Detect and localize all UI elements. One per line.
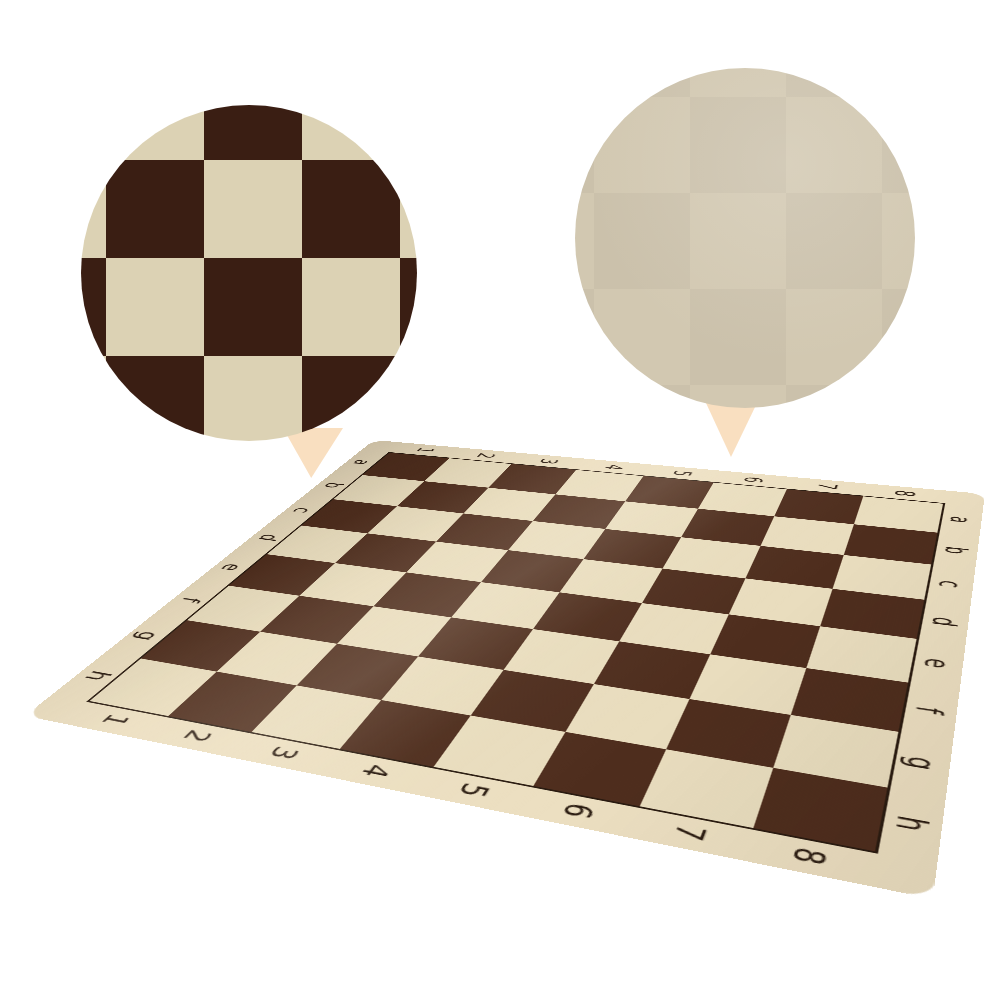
rank-label-bottom-text: 7	[667, 822, 711, 843]
file-label-right-text: f	[911, 705, 948, 716]
file-label-right-text: e	[919, 657, 955, 671]
back-detail-inset-circle	[575, 68, 915, 408]
rank-label-bottom-text: 1	[96, 712, 134, 727]
rank-label-top-text: 1	[413, 447, 438, 453]
rank-label-top-text: 7	[813, 483, 840, 491]
rank-label-bottom-text: 5	[453, 781, 495, 800]
file-label-right: c	[927, 565, 973, 605]
rank-label-top-text: 4	[601, 464, 627, 471]
file-label-right-text: d	[927, 616, 961, 628]
rank-label-bottom-text: 3	[264, 744, 304, 761]
file-label-right: e	[911, 639, 963, 689]
file-label-left-text: e	[217, 563, 247, 572]
file-label-right: a	[940, 504, 982, 537]
rank-label-top-text: 8	[890, 489, 918, 497]
file-label-left-text: g	[130, 630, 164, 642]
file-label-right-text: h	[890, 813, 934, 834]
rank-label-top-text: 3	[536, 458, 562, 465]
file-label-right: b	[933, 533, 977, 569]
back-inset-pointer-triangle	[706, 403, 757, 457]
file-label-right: f	[901, 683, 957, 740]
front-detail-inset-circle	[81, 105, 417, 441]
file-label-left-text: f	[178, 596, 206, 603]
file-label-right-text: g	[901, 754, 942, 772]
rank-label-top-text: 5	[669, 470, 696, 477]
product-photo-stage: 11aa22bb33cc44dd55ee66ff77gg88hh	[0, 0, 1002, 1002]
chess-board: 11aa22bb33cc44dd55ee66ff77gg88hh	[25, 440, 985, 899]
file-label-left-text: d	[254, 533, 283, 542]
file-label-right: h	[878, 788, 943, 863]
rank-label-bottom-text: 4	[355, 762, 396, 780]
rank-label-bottom-text: 2	[178, 728, 217, 744]
file-label-right-text: c	[934, 579, 966, 589]
rank-label-top-text: 2	[473, 452, 498, 459]
rank-label-bottom-text: 6	[557, 801, 600, 821]
rank-label-top-text: 6	[740, 476, 767, 483]
rank-label-bottom-text: 8	[786, 845, 831, 868]
file-label-left-text: b	[320, 482, 347, 489]
file-label-right: g	[890, 732, 950, 797]
file-label-right-text: b	[940, 546, 971, 556]
file-label-right-text: a	[946, 515, 975, 524]
file-label-left-text: c	[289, 507, 316, 514]
file-label-left-text: h	[80, 669, 116, 682]
file-label-right: d	[919, 600, 968, 645]
file-label-left-text: a	[349, 459, 374, 465]
